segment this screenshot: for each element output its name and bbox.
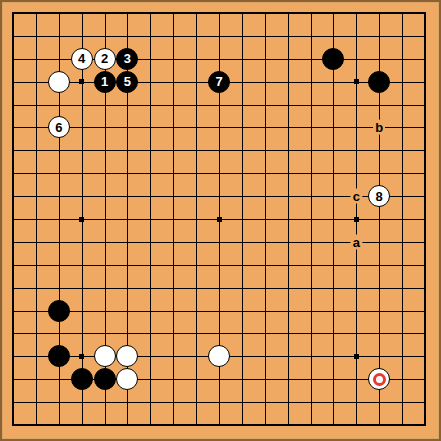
stone-white: 6 (48, 116, 70, 138)
grid-line-vertical (311, 13, 312, 425)
point-label: b (373, 120, 385, 135)
star-point (79, 354, 84, 359)
stone-number: 6 (55, 121, 62, 134)
star-point (217, 217, 222, 222)
stone-white (116, 345, 138, 367)
stone-number: 2 (101, 52, 108, 65)
circle-mark (373, 373, 386, 386)
stone-black: 7 (208, 71, 230, 93)
stone-black: 5 (116, 71, 138, 93)
stone-black (322, 48, 344, 70)
star-point (354, 79, 359, 84)
stone-black (94, 368, 116, 390)
star-point (79, 79, 84, 84)
point-label: c (351, 189, 362, 204)
stone-black (71, 368, 93, 390)
grid-line-vertical (265, 13, 266, 425)
grid-line-horizontal (13, 333, 425, 334)
grid-line-vertical (288, 13, 289, 425)
stone-white: 8 (368, 185, 390, 207)
stone-white (94, 345, 116, 367)
grid-line-vertical (242, 13, 243, 425)
stone-number: 5 (124, 75, 131, 88)
stone-black (48, 345, 70, 367)
stone-black: 1 (94, 71, 116, 93)
grid-line-horizontal (13, 311, 425, 312)
stone-black (48, 300, 70, 322)
grid-line-horizontal (13, 265, 425, 266)
go-board: abc42315678 (0, 0, 441, 441)
star-point (79, 217, 84, 222)
stone-white (116, 368, 138, 390)
point-label: a (351, 234, 362, 249)
stone-number: 4 (78, 52, 85, 65)
stone-white: 2 (94, 48, 116, 70)
grid-line-horizontal (13, 288, 425, 289)
stone-white: 4 (71, 48, 93, 70)
stone-number: 1 (101, 75, 108, 88)
stone-white (368, 368, 390, 390)
grid-line-vertical (402, 13, 403, 425)
stone-black: 3 (116, 48, 138, 70)
grid-line-horizontal (13, 242, 425, 243)
grid-line-vertical (333, 13, 334, 425)
stone-white (208, 345, 230, 367)
stone-number: 7 (215, 75, 222, 88)
star-point (354, 354, 359, 359)
stone-number: 8 (376, 190, 383, 203)
grid-line-horizontal (13, 402, 425, 403)
stone-black (368, 71, 390, 93)
star-point (354, 217, 359, 222)
stone-white (48, 71, 70, 93)
stone-number: 3 (124, 52, 131, 65)
